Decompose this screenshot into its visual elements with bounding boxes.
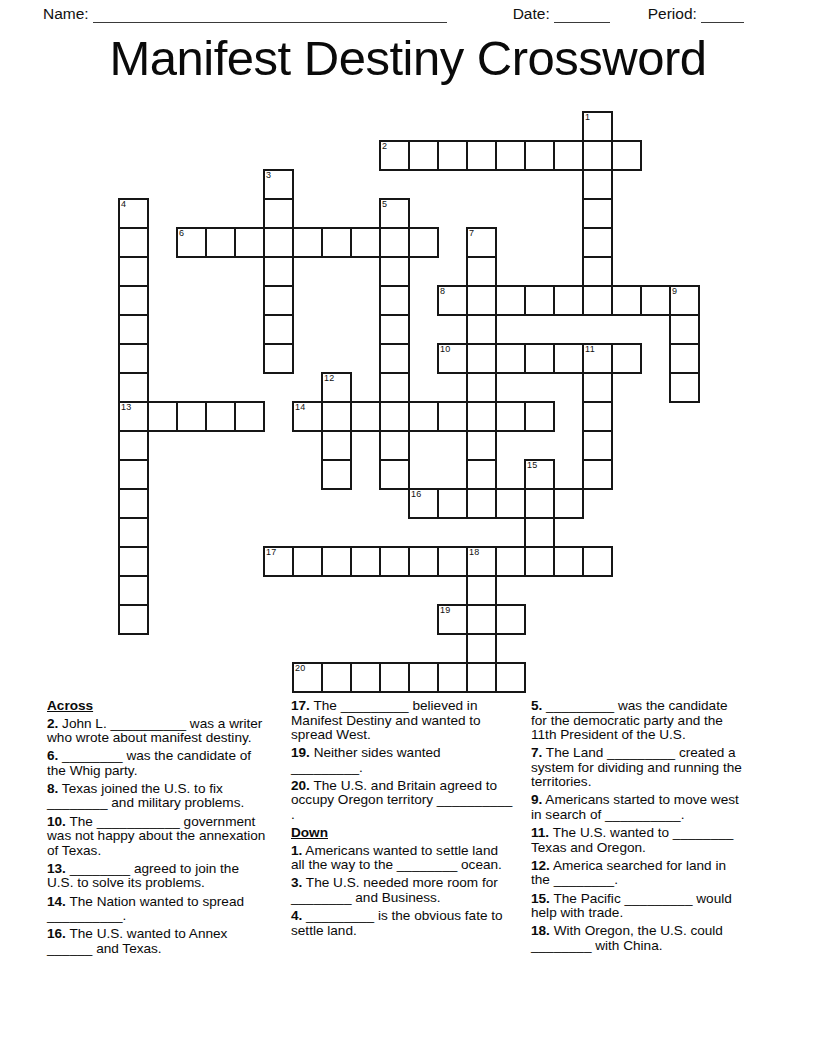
clue-number-label: 15 xyxy=(527,460,538,471)
grid-cell-r6c11[interactable]: 8 xyxy=(438,286,467,315)
grid-cell-r16c0[interactable] xyxy=(119,576,148,605)
grid-cell-r11c0[interactable] xyxy=(119,431,148,460)
clue-number: 17. xyxy=(291,698,310,713)
grid-cell-r5c16[interactable] xyxy=(583,257,612,286)
grid-cell-r13c12[interactable] xyxy=(467,489,496,518)
clue-18-down: 18. With Oregon, the U.S. could ________… xyxy=(531,924,777,953)
grid-cell-r4c16[interactable] xyxy=(583,228,612,257)
grid-cell-r1c15[interactable] xyxy=(554,141,583,170)
grid-cell-r10c11[interactable] xyxy=(438,402,467,431)
grid-cell-r16c12[interactable] xyxy=(467,576,496,605)
clues-column-2: 17. The _________ believed in Manifest D… xyxy=(291,699,517,942)
grid-cell-r10c4[interactable] xyxy=(235,402,264,431)
grid-cell-r8c15[interactable] xyxy=(554,344,583,373)
clue-15-down: 15. The Pacific _________ would help wit… xyxy=(531,892,777,921)
clue-number: 18. xyxy=(531,923,550,938)
grid-cell-r19c7[interactable] xyxy=(322,663,351,692)
clue-number: 8. xyxy=(47,781,58,796)
grid-cell-r10c3[interactable] xyxy=(206,402,235,431)
grid-cell-r4c5[interactable] xyxy=(264,228,293,257)
grid-cell-r15c11[interactable] xyxy=(438,547,467,576)
grid-cell-r4c0[interactable] xyxy=(119,228,148,257)
clues-column-1: Across 2. John L. __________ was a write… xyxy=(47,699,281,960)
clue-9-down: 9. Americans started to move west in sea… xyxy=(531,793,777,822)
clue-number-label: 19 xyxy=(440,605,451,616)
grid-cell-r1c13[interactable] xyxy=(496,141,525,170)
grid-cell-r9c19[interactable] xyxy=(670,373,699,402)
grid-cell-r1c10[interactable] xyxy=(409,141,438,170)
grid-cell-r8c17[interactable] xyxy=(612,344,641,373)
grid-cell-r8c16[interactable]: 11 xyxy=(583,344,612,373)
grid-cell-r10c9[interactable] xyxy=(380,402,409,431)
grid-cell-r10c16[interactable] xyxy=(583,402,612,431)
grid-cell-r19c9[interactable] xyxy=(380,663,409,692)
grid-cell-r13c0[interactable] xyxy=(119,489,148,518)
grid-cell-r12c0[interactable] xyxy=(119,460,148,489)
grid-cell-r15c6[interactable] xyxy=(293,547,322,576)
clue-number: 7. xyxy=(531,745,542,760)
grid-cell-r4c7[interactable] xyxy=(322,228,351,257)
grid-cell-r11c7[interactable] xyxy=(322,431,351,460)
clue-10-across: 10. The ___________ government was not h… xyxy=(47,815,281,859)
grid-cell-r13c11[interactable] xyxy=(438,489,467,518)
grid-cell-r5c12[interactable] xyxy=(467,257,496,286)
grid-cell-r19c12[interactable] xyxy=(467,663,496,692)
grid-cell-r10c2[interactable] xyxy=(177,402,206,431)
clue-number-label: 3 xyxy=(266,170,271,181)
clue-number-label: 7 xyxy=(469,228,474,239)
clue-number: 12. xyxy=(531,858,550,873)
clue-number: 20. xyxy=(291,778,310,793)
grid-cell-r15c16[interactable] xyxy=(583,547,612,576)
clue-19-across: 19. Neither sides wanted _________. xyxy=(291,746,517,775)
grid-cell-r9c12[interactable] xyxy=(467,373,496,402)
grid-cell-r6c5[interactable] xyxy=(264,286,293,315)
grid-cell-r9c0[interactable] xyxy=(119,373,148,402)
grid-cell-r5c9[interactable] xyxy=(380,257,409,286)
grid-cell-r3c0[interactable]: 4 xyxy=(119,199,148,228)
grid-cell-r15c8[interactable] xyxy=(351,547,380,576)
clue-number-label: 10 xyxy=(440,344,451,355)
grid-cell-r12c9[interactable] xyxy=(380,460,409,489)
grid-cell-r8c11[interactable]: 10 xyxy=(438,344,467,373)
grid-cell-r10c14[interactable] xyxy=(525,402,554,431)
clue-2-across: 2. John L. __________ was a writer who w… xyxy=(47,717,281,746)
clue-14-across: 14. The Nation wanted to spread ________… xyxy=(47,895,281,924)
clue-number: 9. xyxy=(531,792,542,807)
grid-cell-r10c13[interactable] xyxy=(496,402,525,431)
clue-number-label: 8 xyxy=(440,286,445,297)
grid-cell-r14c14[interactable] xyxy=(525,518,554,547)
clue-number-label: 12 xyxy=(324,373,335,384)
clue-number-label: 2 xyxy=(382,141,387,152)
clue-17-across: 17. The _________ believed in Manifest D… xyxy=(291,699,517,743)
period-blank-line[interactable] xyxy=(701,7,744,23)
grid-cell-r7c0[interactable] xyxy=(119,315,148,344)
grid-cell-r15c5[interactable]: 17 xyxy=(264,547,293,576)
grid-cell-r7c9[interactable] xyxy=(380,315,409,344)
grid-cell-r13c10[interactable]: 16 xyxy=(409,489,438,518)
clue-number-label: 4 xyxy=(121,199,126,210)
grid-cell-r2c5[interactable]: 3 xyxy=(264,170,293,199)
grid-cell-r7c5[interactable] xyxy=(264,315,293,344)
grid-cell-r10c6[interactable]: 14 xyxy=(293,402,322,431)
across-clues-list-2: 17. The _________ believed in Manifest D… xyxy=(291,699,517,823)
clue-number-label: 17 xyxy=(266,547,277,558)
grid-cell-r6c14[interactable] xyxy=(525,286,554,315)
page-title: Manifest Destiny Crossword xyxy=(0,30,816,86)
grid-cell-r12c12[interactable] xyxy=(467,460,496,489)
grid-cell-r6c18[interactable] xyxy=(641,286,670,315)
clue-number-label: 9 xyxy=(672,286,677,297)
grid-cell-r15c15[interactable] xyxy=(554,547,583,576)
down-header: Down xyxy=(291,826,517,841)
grid-cell-r12c14[interactable]: 15 xyxy=(525,460,554,489)
grid-cell-r8c5[interactable] xyxy=(264,344,293,373)
grid-cell-r19c11[interactable] xyxy=(438,663,467,692)
grid-cell-r1c16[interactable] xyxy=(583,141,612,170)
clue-number: 1. xyxy=(291,843,302,858)
clue-number-label: 5 xyxy=(382,199,387,210)
grid-cell-r13c15[interactable] xyxy=(554,489,583,518)
name-label: Name: xyxy=(43,5,89,22)
grid-cell-r8c14[interactable] xyxy=(525,344,554,373)
across-clues-list-1: 2. John L. __________ was a writer who w… xyxy=(47,717,281,957)
clue-7-down: 7. The Land _________ created a system f… xyxy=(531,746,777,790)
grid-cell-r5c0[interactable] xyxy=(119,257,148,286)
grid-cell-r10c7[interactable] xyxy=(322,402,351,431)
period-label: Period: xyxy=(648,5,697,22)
clue-11-down: 11. The U.S. wanted to ________ Texas an… xyxy=(531,826,777,855)
grid-cell-r18c12[interactable] xyxy=(467,634,496,663)
grid-cell-r19c10[interactable] xyxy=(409,663,438,692)
header-fields: Name:Date:Period: xyxy=(43,5,744,23)
grid-cell-r15c7[interactable] xyxy=(322,547,351,576)
clue-number-label: 11 xyxy=(585,344,595,355)
grid-cell-r15c14[interactable] xyxy=(525,547,554,576)
grid-cell-r8c19[interactable] xyxy=(670,344,699,373)
clue-number: 11. xyxy=(531,825,549,840)
grid-cell-r17c12[interactable] xyxy=(467,605,496,634)
clue-number: 3. xyxy=(291,875,302,890)
grid-cell-r19c13[interactable] xyxy=(496,663,525,692)
clue-5-down: 5. _________ was the candidate for the d… xyxy=(531,699,777,743)
grid-cell-r10c12[interactable] xyxy=(467,402,496,431)
date-blank-line[interactable] xyxy=(554,7,610,23)
clue-number: 10. xyxy=(47,814,66,829)
grid-cell-r4c6[interactable] xyxy=(293,228,322,257)
clue-number: 16. xyxy=(47,926,66,941)
clue-13-across: 13. ________ agreed to join the U.S. to … xyxy=(47,862,281,891)
clue-number-label: 18 xyxy=(469,547,480,558)
grid-cell-r6c15[interactable] xyxy=(554,286,583,315)
grid-cell-r8c9[interactable] xyxy=(380,344,409,373)
grid-cell-r6c9[interactable] xyxy=(380,286,409,315)
grid-cell-r11c16[interactable] xyxy=(583,431,612,460)
grid-cell-r9c16[interactable] xyxy=(583,373,612,402)
grid-cell-r17c0[interactable] xyxy=(119,605,148,634)
grid-cell-r15c10[interactable] xyxy=(409,547,438,576)
grid-cell-r13c13[interactable] xyxy=(496,489,525,518)
across-header: Across xyxy=(47,699,281,714)
grid-cell-r1c17[interactable] xyxy=(612,141,641,170)
grid-cell-r4c8[interactable] xyxy=(351,228,380,257)
clues-column-3: 5. _________ was the candidate for the d… xyxy=(531,699,777,957)
grid-cell-r4c4[interactable] xyxy=(235,228,264,257)
clue-number: 4. xyxy=(291,908,302,923)
name-blank-line[interactable] xyxy=(93,7,447,23)
grid-cell-r4c2[interactable]: 6 xyxy=(177,228,206,257)
grid-cell-r1c14[interactable] xyxy=(525,141,554,170)
grid-cell-r9c9[interactable] xyxy=(380,373,409,402)
clue-16-across: 16. The U.S. wanted to Annex ______ and … xyxy=(47,927,281,956)
clue-number: 13. xyxy=(47,861,66,876)
grid-cell-r15c9[interactable] xyxy=(380,547,409,576)
grid-cell-r6c13[interactable] xyxy=(496,286,525,315)
grid-cell-r8c0[interactable] xyxy=(119,344,148,373)
clue-number-label: 1 xyxy=(585,112,590,123)
grid-cell-r8c12[interactable] xyxy=(467,344,496,373)
grid-cell-r15c13[interactable] xyxy=(496,547,525,576)
grid-cell-r13c14[interactable] xyxy=(525,489,554,518)
grid-cell-r12c7[interactable] xyxy=(322,460,351,489)
grid-cell-r10c1[interactable] xyxy=(148,402,177,431)
clue-6-across: 6. ________ was the candidate of the Whi… xyxy=(47,749,281,778)
grid-cell-r0c16[interactable]: 1 xyxy=(583,112,612,141)
down-clues-list-1: 1. Americans wanted to settle land all t… xyxy=(291,844,517,938)
grid-cell-r17c11[interactable]: 19 xyxy=(438,605,467,634)
grid-cell-r4c12[interactable]: 7 xyxy=(467,228,496,257)
grid-cell-r10c0[interactable]: 13 xyxy=(119,402,148,431)
date-label: Date: xyxy=(513,5,550,22)
clue-number-label: 20 xyxy=(295,663,306,674)
grid-cell-r1c12[interactable] xyxy=(467,141,496,170)
grid-cell-r15c12[interactable]: 18 xyxy=(467,547,496,576)
clue-4-down: 4. _________ is the obvious fate to sett… xyxy=(291,909,517,938)
clue-8-across: 8. Texas joined the U.S. to fix ________… xyxy=(47,782,281,811)
grid-cell-r10c8[interactable] xyxy=(351,402,380,431)
grid-cell-r3c5[interactable] xyxy=(264,199,293,228)
clue-number: 14. xyxy=(47,894,66,909)
grid-cell-r6c12[interactable] xyxy=(467,286,496,315)
clue-number-label: 16 xyxy=(411,489,422,500)
grid-cell-r19c6[interactable]: 20 xyxy=(293,663,322,692)
grid-cell-r14c0[interactable] xyxy=(119,518,148,547)
grid-cell-r4c3[interactable] xyxy=(206,228,235,257)
grid-cell-r15c0[interactable] xyxy=(119,547,148,576)
grid-cell-r11c12[interactable] xyxy=(467,431,496,460)
grid-cell-r19c8[interactable] xyxy=(351,663,380,692)
grid-cell-r1c11[interactable] xyxy=(438,141,467,170)
clue-number: 5. xyxy=(531,698,542,713)
grid-cell-r4c10[interactable] xyxy=(409,228,438,257)
grid-cell-r3c16[interactable] xyxy=(583,199,612,228)
grid-cell-r17c13[interactable] xyxy=(496,605,525,634)
clue-number: 19. xyxy=(291,745,310,760)
clue-20-across: 20. The U.S. and Britain agreed to occup… xyxy=(291,779,517,823)
clue-3-down: 3. The U.S. needed more room for _______… xyxy=(291,876,517,905)
clue-12-down: 12. America searched for land in the ___… xyxy=(531,859,777,888)
grid-cell-r7c19[interactable] xyxy=(670,315,699,344)
grid-cell-r8c13[interactable] xyxy=(496,344,525,373)
grid-cell-r12c16[interactable] xyxy=(583,460,612,489)
clue-number-label: 14 xyxy=(295,402,306,413)
grid-cell-r6c17[interactable] xyxy=(612,286,641,315)
crossword-grid: 1234567891011121314151617181920 xyxy=(119,112,699,692)
grid-cell-r5c5[interactable] xyxy=(264,257,293,286)
grid-cell-r9c7[interactable]: 12 xyxy=(322,373,351,402)
grid-cell-r4c9[interactable] xyxy=(380,228,409,257)
clue-number-label: 13 xyxy=(121,402,132,413)
clue-number: 2. xyxy=(47,716,58,731)
clue-number-label: 6 xyxy=(179,228,184,239)
clue-1-down: 1. Americans wanted to settle land all t… xyxy=(291,844,517,873)
grid-cell-r6c16[interactable] xyxy=(583,286,612,315)
grid-cell-r2c16[interactable] xyxy=(583,170,612,199)
grid-cell-r11c9[interactable] xyxy=(380,431,409,460)
down-clues-list-2: 5. _________ was the candidate for the d… xyxy=(531,699,777,953)
clue-number: 6. xyxy=(47,748,58,763)
grid-cell-r7c12[interactable] xyxy=(467,315,496,344)
grid-cell-r10c10[interactable] xyxy=(409,402,438,431)
grid-cell-r6c19[interactable]: 9 xyxy=(670,286,699,315)
grid-cell-r3c9[interactable]: 5 xyxy=(380,199,409,228)
clue-number: 15. xyxy=(531,891,550,906)
grid-cell-r6c0[interactable] xyxy=(119,286,148,315)
grid-cell-r1c9[interactable]: 2 xyxy=(380,141,409,170)
